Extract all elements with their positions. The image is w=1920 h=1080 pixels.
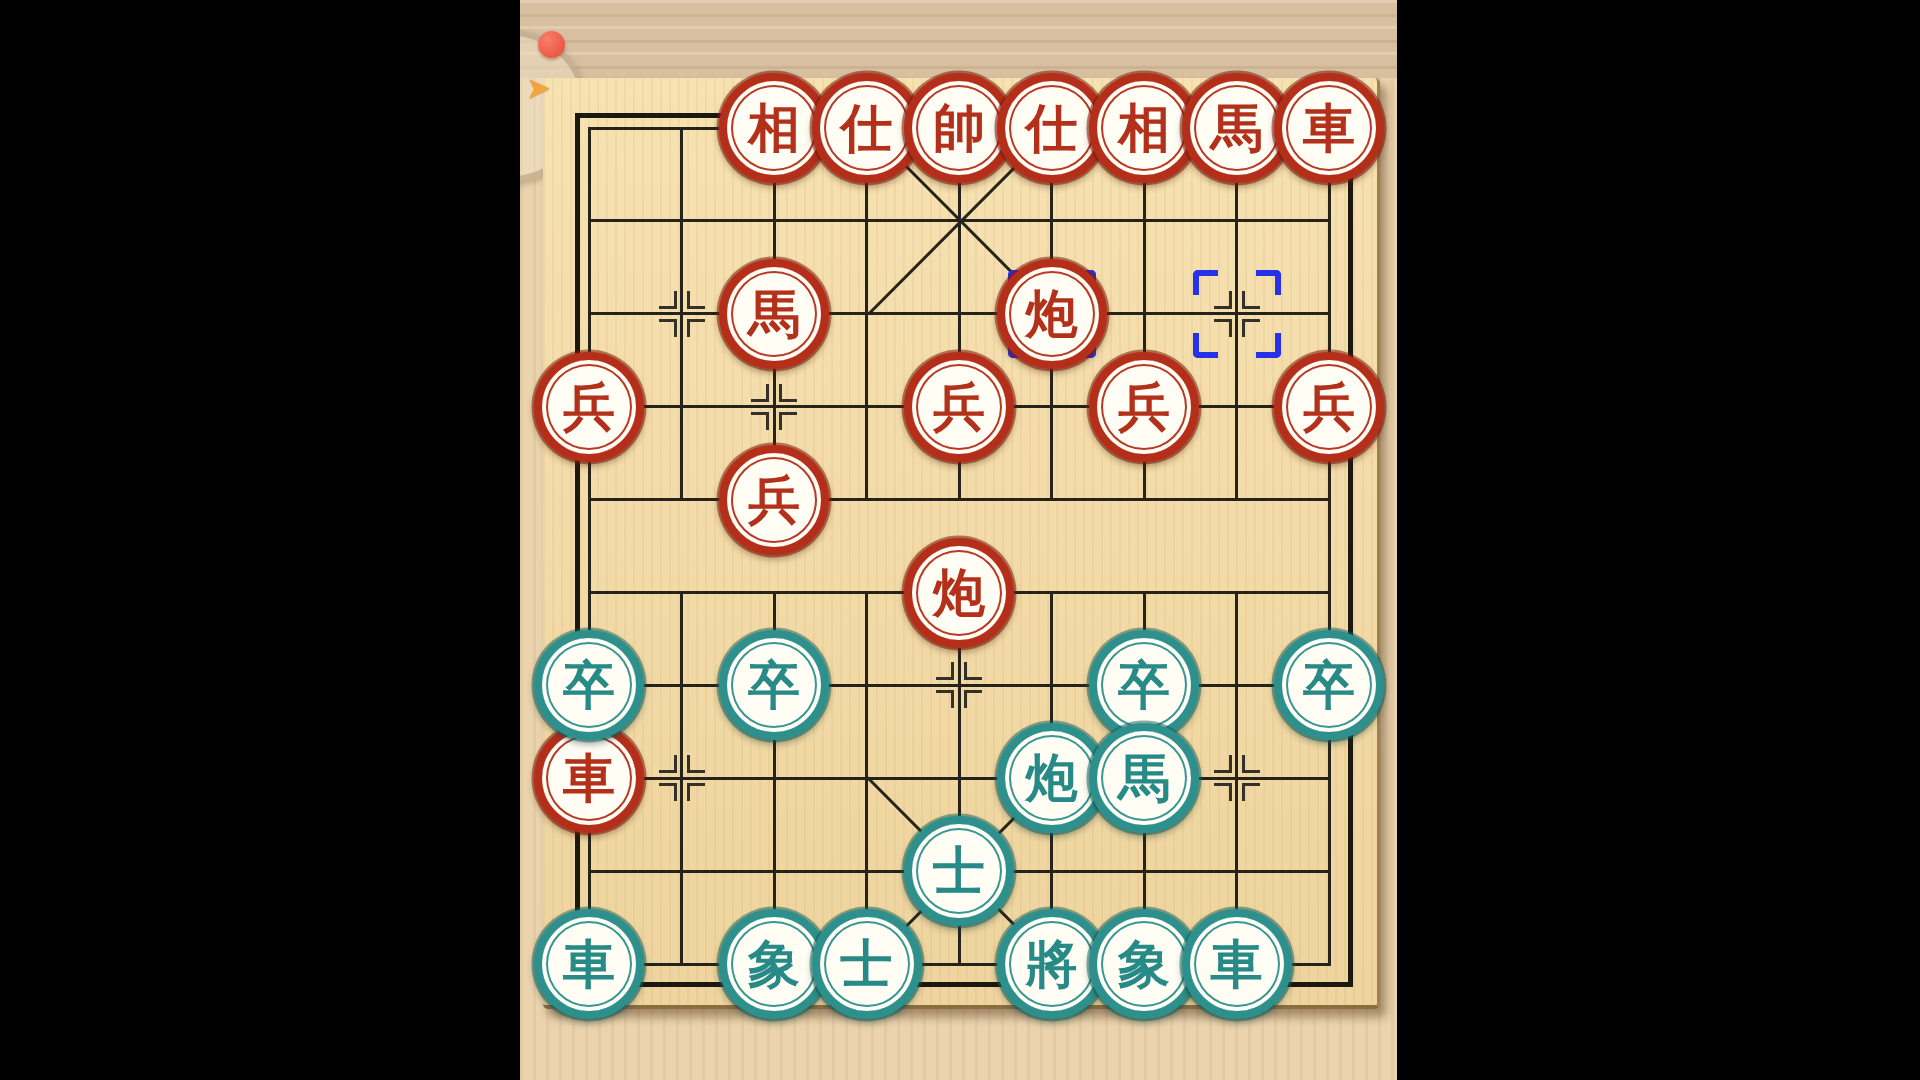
piece-glyph: 車 [563, 938, 615, 990]
corner-mark [1242, 755, 1260, 773]
piece-black-advisor[interactable]: 士 [904, 816, 1014, 926]
piece-red-soldier[interactable]: 兵 [534, 352, 644, 462]
corner-mark [687, 291, 705, 309]
piece-black-soldier[interactable]: 卒 [719, 630, 829, 740]
corner-mark [751, 384, 769, 402]
corner-mark [659, 755, 677, 773]
piece-glyph: 卒 [563, 659, 615, 711]
grid-line [588, 127, 591, 966]
corner-mark [751, 412, 769, 430]
piece-glyph: 馬 [1118, 752, 1170, 804]
piece-red-cannon[interactable]: 炮 [997, 259, 1107, 369]
notification-dot [538, 31, 565, 58]
corner-mark [687, 783, 705, 801]
corner-mark [1193, 333, 1218, 358]
piece-glyph: 車 [563, 752, 615, 804]
piece-glyph: 車 [1211, 938, 1263, 990]
piece-glyph: 卒 [1303, 659, 1355, 711]
piece-black-chariot[interactable]: 車 [1182, 909, 1292, 1019]
piece-glyph: 馬 [1211, 102, 1263, 154]
piece-black-soldier[interactable]: 卒 [1274, 630, 1384, 740]
xiangqi-board: 相仕帥仕相馬車馬炮兵兵兵兵兵炮車卒卒卒卒炮馬士車象士將象車 [543, 78, 1380, 1009]
piece-glyph: 炮 [1026, 288, 1078, 340]
corner-mark [659, 319, 677, 337]
corner-mark [659, 291, 677, 309]
point-marker [751, 384, 797, 430]
piece-black-horse[interactable]: 馬 [1089, 723, 1199, 833]
board-grid[interactable]: 相仕帥仕相馬車馬炮兵兵兵兵兵炮車卒卒卒卒炮馬士車象士將象車 [589, 128, 1329, 964]
piece-red-cannon[interactable]: 炮 [904, 538, 1014, 648]
piece-glyph: 炮 [1026, 752, 1078, 804]
corner-mark [1193, 270, 1218, 295]
piece-glyph: 兵 [933, 381, 985, 433]
piece-glyph: 士 [841, 938, 893, 990]
corner-mark [964, 690, 982, 708]
grid-line [1328, 127, 1331, 966]
corner-mark [1256, 270, 1281, 295]
corner-mark [1256, 333, 1281, 358]
corner-mark [1214, 783, 1232, 801]
piece-red-horse[interactable]: 馬 [719, 259, 829, 369]
corner-mark [687, 319, 705, 337]
piece-glyph: 帥 [933, 102, 985, 154]
piece-glyph: 卒 [1118, 659, 1170, 711]
piece-black-soldier[interactable]: 卒 [534, 630, 644, 740]
piece-glyph: 相 [748, 102, 800, 154]
piece-glyph: 仕 [1026, 102, 1078, 154]
piece-black-chariot[interactable]: 車 [534, 909, 644, 1019]
piece-glyph: 兵 [748, 474, 800, 526]
point-marker [659, 755, 705, 801]
piece-glyph: 炮 [933, 567, 985, 619]
corner-mark [1242, 783, 1260, 801]
piece-glyph: 馬 [748, 288, 800, 340]
piece-glyph: 象 [748, 938, 800, 990]
piece-glyph: 仕 [841, 102, 893, 154]
piece-glyph: 將 [1026, 938, 1078, 990]
corner-mark [687, 755, 705, 773]
piece-glyph: 相 [1118, 102, 1170, 154]
game-viewport: ➤ 相仕帥仕相馬車馬炮兵兵兵兵兵炮車卒卒卒卒炮馬士車象士將象車 [520, 0, 1397, 1080]
selection-bracket-origin [1193, 270, 1281, 358]
point-marker [659, 291, 705, 337]
piece-red-soldier[interactable]: 兵 [1089, 352, 1199, 462]
point-marker [936, 662, 982, 708]
corner-mark [779, 384, 797, 402]
corner-mark [936, 662, 954, 680]
corner-mark [936, 690, 954, 708]
forward-arrow-icon[interactable]: ➤ [526, 70, 551, 105]
piece-red-soldier[interactable]: 兵 [719, 445, 829, 555]
corner-mark [779, 412, 797, 430]
piece-glyph: 象 [1118, 938, 1170, 990]
piece-red-soldier[interactable]: 兵 [904, 352, 1014, 462]
piece-black-advisor[interactable]: 士 [812, 909, 922, 1019]
point-marker [1214, 755, 1260, 801]
piece-glyph: 卒 [748, 659, 800, 711]
piece-glyph: 兵 [563, 381, 615, 433]
piece-red-soldier[interactable]: 兵 [1274, 352, 1384, 462]
corner-mark [1214, 755, 1232, 773]
piece-red-chariot[interactable]: 車 [1274, 73, 1384, 183]
corner-mark [659, 783, 677, 801]
piece-glyph: 兵 [1118, 381, 1170, 433]
background-wood-top [520, 0, 1397, 78]
piece-glyph: 士 [933, 845, 985, 897]
piece-glyph: 車 [1303, 102, 1355, 154]
corner-mark [964, 662, 982, 680]
piece-glyph: 兵 [1303, 381, 1355, 433]
